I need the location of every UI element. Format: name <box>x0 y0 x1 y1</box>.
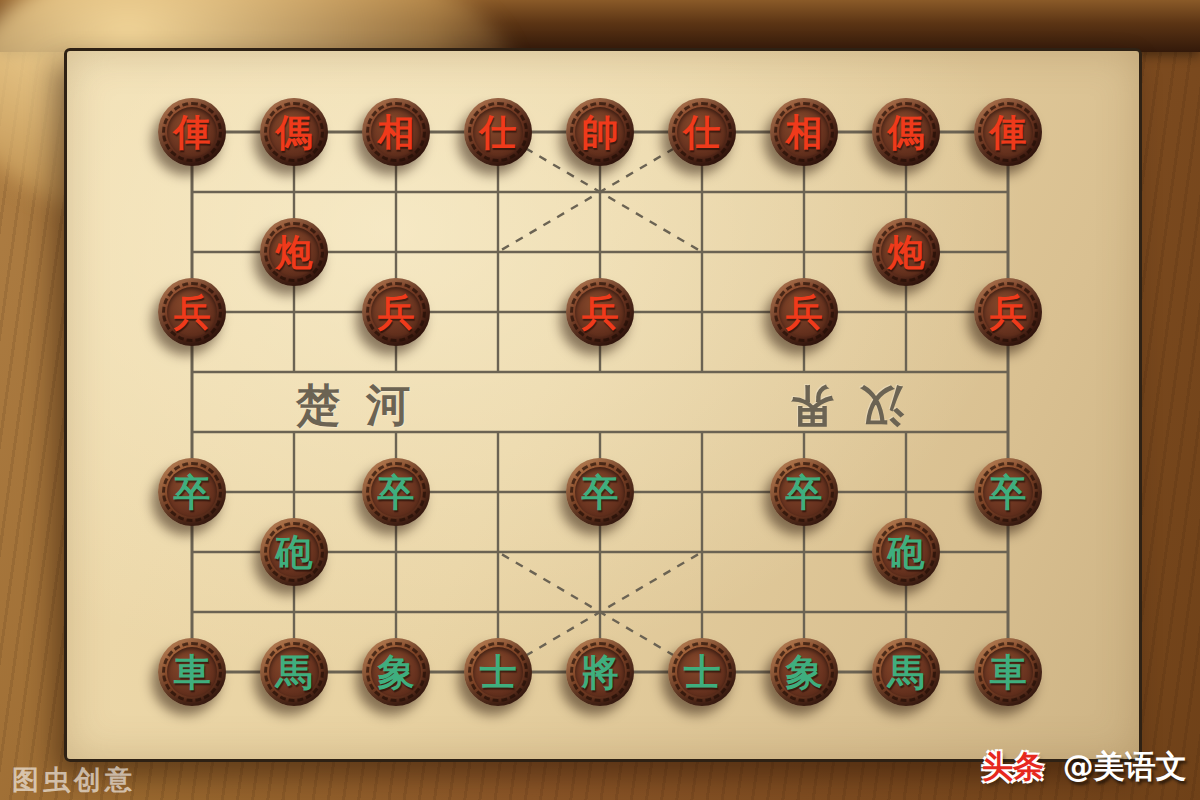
piece-black-cannon[interactable]: 砲 <box>872 518 940 586</box>
piece-character: 兵 <box>990 294 1027 331</box>
piece-black-soldier[interactable]: 卒 <box>362 458 430 526</box>
piece-character: 傌 <box>276 114 313 151</box>
piece-black-soldier[interactable]: 卒 <box>158 458 226 526</box>
piece-character: 砲 <box>276 534 313 571</box>
river-label-left: 楚河 <box>296 376 436 435</box>
piece-black-advisor[interactable]: 士 <box>464 638 532 706</box>
piece-character: 卒 <box>786 474 823 511</box>
toutiao-handle-text: @美语文 <box>1063 748 1187 784</box>
piece-red-soldier[interactable]: 兵 <box>566 278 634 346</box>
piece-character: 砲 <box>888 534 925 571</box>
piece-red-horse[interactable]: 傌 <box>872 98 940 166</box>
piece-character: 象 <box>378 654 415 691</box>
piece-red-general[interactable]: 帥 <box>566 98 634 166</box>
piece-red-chariot[interactable]: 俥 <box>158 98 226 166</box>
watermark-tuchong: 图虫创意 <box>12 762 136 798</box>
piece-character: 車 <box>990 654 1027 691</box>
piece-black-advisor[interactable]: 士 <box>668 638 736 706</box>
piece-character: 車 <box>174 654 211 691</box>
piece-character: 俥 <box>174 114 211 151</box>
piece-red-elephant[interactable]: 相 <box>362 98 430 166</box>
piece-black-soldier[interactable]: 卒 <box>770 458 838 526</box>
piece-black-soldier[interactable]: 卒 <box>566 458 634 526</box>
piece-red-chariot[interactable]: 俥 <box>974 98 1042 166</box>
piece-character: 卒 <box>378 474 415 511</box>
piece-character: 馬 <box>888 654 925 691</box>
piece-character: 馬 <box>276 654 313 691</box>
piece-character: 仕 <box>684 114 721 151</box>
watermark-toutiao: 头条 @美语文 <box>982 746 1187 788</box>
piece-character: 傌 <box>888 114 925 151</box>
piece-character: 相 <box>378 114 415 151</box>
piece-character: 士 <box>480 654 517 691</box>
table-wood: { "game": "xiangqi", "position": { "fen"… <box>0 0 1200 800</box>
piece-black-horse[interactable]: 馬 <box>872 638 940 706</box>
river-label-right: 汉界 <box>764 376 904 435</box>
piece-red-horse[interactable]: 傌 <box>260 98 328 166</box>
piece-red-cannon[interactable]: 炮 <box>872 218 940 286</box>
xiangqi-board[interactable]: 楚河 汉界 俥傌相仕帥仕相傌俥炮炮兵兵兵兵兵卒卒卒卒卒砲砲車馬象士將士象馬車 <box>0 0 1200 800</box>
piece-character: 卒 <box>990 474 1027 511</box>
piece-red-soldier[interactable]: 兵 <box>158 278 226 346</box>
piece-red-advisor[interactable]: 仕 <box>464 98 532 166</box>
piece-character: 帥 <box>582 114 619 151</box>
piece-character: 卒 <box>582 474 619 511</box>
piece-black-general[interactable]: 將 <box>566 638 634 706</box>
piece-black-chariot[interactable]: 車 <box>974 638 1042 706</box>
piece-black-soldier[interactable]: 卒 <box>974 458 1042 526</box>
piece-red-advisor[interactable]: 仕 <box>668 98 736 166</box>
piece-red-soldier[interactable]: 兵 <box>974 278 1042 346</box>
piece-character: 相 <box>786 114 823 151</box>
piece-black-horse[interactable]: 馬 <box>260 638 328 706</box>
piece-character: 炮 <box>276 234 313 271</box>
piece-black-elephant[interactable]: 象 <box>770 638 838 706</box>
piece-red-soldier[interactable]: 兵 <box>770 278 838 346</box>
piece-character: 俥 <box>990 114 1027 151</box>
piece-black-cannon[interactable]: 砲 <box>260 518 328 586</box>
piece-character: 仕 <box>480 114 517 151</box>
piece-character: 將 <box>582 654 619 691</box>
piece-character: 象 <box>786 654 823 691</box>
piece-character: 兵 <box>582 294 619 331</box>
piece-red-cannon[interactable]: 炮 <box>260 218 328 286</box>
toutiao-badge-text: 头条 <box>982 748 1044 784</box>
piece-red-elephant[interactable]: 相 <box>770 98 838 166</box>
piece-character: 士 <box>684 654 721 691</box>
piece-character: 卒 <box>174 474 211 511</box>
piece-character: 兵 <box>174 294 211 331</box>
piece-character: 兵 <box>378 294 415 331</box>
piece-black-chariot[interactable]: 車 <box>158 638 226 706</box>
piece-black-elephant[interactable]: 象 <box>362 638 430 706</box>
piece-character: 炮 <box>888 234 925 271</box>
piece-character: 兵 <box>786 294 823 331</box>
piece-red-soldier[interactable]: 兵 <box>362 278 430 346</box>
